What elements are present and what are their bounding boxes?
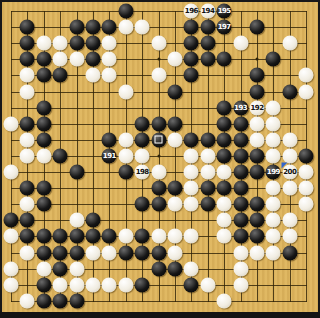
- black-stone: [151, 197, 166, 212]
- white-stone: [53, 52, 68, 67]
- white-stone: [299, 181, 314, 196]
- white-stone: [118, 20, 133, 35]
- black-stone: [135, 229, 150, 244]
- white-stone: [266, 213, 281, 228]
- black-stone: [250, 84, 265, 99]
- black-stone: [282, 245, 297, 260]
- white-stone: [118, 132, 133, 147]
- white-stone: [282, 132, 297, 147]
- white-stone: [20, 293, 35, 308]
- black-stone: [299, 148, 314, 163]
- black-stone: [151, 116, 166, 131]
- black-stone: [200, 181, 215, 196]
- black-stone: [53, 261, 68, 276]
- white-stone: [266, 100, 281, 115]
- black-stone: [69, 229, 84, 244]
- white-stone: [102, 68, 117, 83]
- black-stone: [200, 52, 215, 67]
- white-stone: [299, 165, 314, 180]
- white-stone: [102, 36, 117, 51]
- white-stone: [233, 277, 248, 292]
- black-stone: [151, 261, 166, 276]
- white-stone: [266, 116, 281, 131]
- black-stone: [36, 245, 51, 260]
- black-stone: [69, 245, 84, 260]
- white-stone: [217, 293, 232, 308]
- white-stone: 200: [282, 165, 297, 180]
- black-stone: [102, 229, 117, 244]
- black-stone: [233, 116, 248, 131]
- white-stone: [250, 116, 265, 131]
- black-stone: [200, 36, 215, 51]
- white-stone: [282, 148, 297, 163]
- black-stone: [20, 181, 35, 196]
- black-stone: [200, 132, 215, 147]
- black-stone: [36, 100, 51, 115]
- white-stone: [36, 148, 51, 163]
- black-stone: [86, 20, 101, 35]
- white-stone: [168, 132, 183, 147]
- black-stone: [36, 229, 51, 244]
- white-stone: [282, 213, 297, 228]
- white-stone: [217, 229, 232, 244]
- black-stone: [20, 52, 35, 67]
- black-stone: 191: [102, 148, 117, 163]
- black-stone: [102, 20, 117, 35]
- black-stone: [36, 181, 51, 196]
- white-stone: [151, 36, 166, 51]
- white-stone: [282, 36, 297, 51]
- white-stone: 196: [184, 4, 199, 19]
- black-stone: [217, 148, 232, 163]
- black-stone: [233, 165, 248, 180]
- move-number-label: 195: [218, 8, 231, 15]
- black-stone: [135, 132, 150, 147]
- star-point: [256, 58, 259, 61]
- white-stone: [282, 229, 297, 244]
- white-stone: [266, 148, 281, 163]
- white-stone: [299, 84, 314, 99]
- black-stone: [184, 20, 199, 35]
- black-stone: [250, 165, 265, 180]
- black-stone: [36, 52, 51, 67]
- black-stone: [86, 52, 101, 67]
- star-point: [157, 58, 160, 61]
- white-stone: [20, 84, 35, 99]
- white-stone: [168, 245, 183, 260]
- black-stone: 197: [217, 20, 232, 35]
- last-move-triangle-marker: [281, 163, 287, 169]
- move-number-label: 199: [267, 169, 280, 176]
- white-stone: [233, 245, 248, 260]
- white-stone: [250, 245, 265, 260]
- black-stone: [135, 245, 150, 260]
- black-stone: [36, 293, 51, 308]
- black-stone: [233, 197, 248, 212]
- white-stone: [102, 245, 117, 260]
- black-stone: [168, 116, 183, 131]
- black-stone: 193: [233, 100, 248, 115]
- white-stone: 192: [250, 100, 265, 115]
- move-number-label: 198: [136, 169, 149, 176]
- white-stone: [20, 245, 35, 260]
- black-stone: [250, 68, 265, 83]
- black-stone: [184, 132, 199, 147]
- white-stone: [217, 165, 232, 180]
- white-stone: [36, 36, 51, 51]
- black-stone: [233, 181, 248, 196]
- white-stone: [102, 277, 117, 292]
- black-stone: [184, 36, 199, 51]
- black-stone: [168, 84, 183, 99]
- move-number-label: 200: [283, 169, 296, 176]
- black-stone: [53, 293, 68, 308]
- black-stone: [36, 116, 51, 131]
- black-stone: [151, 132, 166, 147]
- black-stone: [233, 148, 248, 163]
- black-stone: [36, 132, 51, 147]
- white-stone: [135, 20, 150, 35]
- white-stone: [20, 197, 35, 212]
- white-stone: [184, 165, 199, 180]
- black-stone: [20, 229, 35, 244]
- move-number-label: 191: [103, 152, 116, 159]
- black-stone: [20, 20, 35, 35]
- black-stone: [200, 197, 215, 212]
- black-stone: [217, 181, 232, 196]
- black-stone: [217, 100, 232, 115]
- white-stone: [217, 213, 232, 228]
- black-stone: [36, 197, 51, 212]
- move-number-label: 192: [250, 104, 263, 111]
- black-stone: [233, 132, 248, 147]
- white-stone: [233, 36, 248, 51]
- white-stone: [299, 197, 314, 212]
- white-stone: [20, 148, 35, 163]
- white-stone: [53, 36, 68, 51]
- white-stone: [69, 52, 84, 67]
- black-stone: [53, 245, 68, 260]
- black-stone: [200, 20, 215, 35]
- white-stone: [233, 261, 248, 276]
- white-stone: [299, 68, 314, 83]
- white-stone: [200, 165, 215, 180]
- white-stone: [200, 148, 215, 163]
- white-stone: [53, 277, 68, 292]
- white-stone: [151, 165, 166, 180]
- white-stone: [36, 261, 51, 276]
- black-stone: [36, 277, 51, 292]
- white-stone: [266, 181, 281, 196]
- white-stone: [168, 197, 183, 212]
- black-stone: [151, 245, 166, 260]
- white-stone: [151, 229, 166, 244]
- go-board[interactable]: 196194195197193192191198199200: [2, 2, 318, 312]
- star-point: [157, 154, 160, 157]
- black-stone: [86, 213, 101, 228]
- black-stone: [69, 36, 84, 51]
- white-stone: [266, 229, 281, 244]
- white-stone: [184, 261, 199, 276]
- black-stone: [233, 213, 248, 228]
- white-stone: [118, 277, 133, 292]
- black-stone: [250, 148, 265, 163]
- white-stone: [217, 197, 232, 212]
- white-stone: [266, 197, 281, 212]
- black-stone: [69, 293, 84, 308]
- black-stone: [20, 116, 35, 131]
- app-window: 196194195197193192191198199200: [0, 0, 320, 318]
- black-stone: [69, 20, 84, 35]
- white-stone: [266, 132, 281, 147]
- black-stone: [4, 213, 19, 228]
- black-stone: [266, 52, 281, 67]
- bottom-frame-bar: [0, 312, 320, 318]
- white-stone: [86, 68, 101, 83]
- black-stone: [86, 229, 101, 244]
- black-stone: [282, 84, 297, 99]
- black-stone: [36, 68, 51, 83]
- black-stone: [135, 116, 150, 131]
- white-stone: [4, 229, 19, 244]
- white-stone: [118, 148, 133, 163]
- white-stone: 194: [200, 4, 215, 19]
- black-stone: [168, 181, 183, 196]
- white-stone: [184, 229, 199, 244]
- white-stone: [168, 52, 183, 67]
- move-number-label: 193: [234, 104, 247, 111]
- white-stone: [168, 229, 183, 244]
- black-stone: [20, 213, 35, 228]
- white-stone: [118, 84, 133, 99]
- black-stone: [102, 132, 117, 147]
- move-number-label: 197: [218, 24, 231, 31]
- white-stone: [86, 245, 101, 260]
- black-stone: [184, 68, 199, 83]
- black-stone: [20, 36, 35, 51]
- white-stone: [184, 181, 199, 196]
- white-stone: [102, 52, 117, 67]
- white-stone: [4, 277, 19, 292]
- black-stone: [217, 116, 232, 131]
- black-stone: [53, 68, 68, 83]
- white-stone: [151, 68, 166, 83]
- black-stone: [118, 245, 133, 260]
- white-stone: [4, 116, 19, 131]
- white-stone: [118, 229, 133, 244]
- square-marker: [155, 136, 163, 144]
- move-number-label: 196: [185, 8, 198, 15]
- white-stone: [4, 165, 19, 180]
- white-stone: [20, 68, 35, 83]
- white-stone: [4, 261, 19, 276]
- white-stone: [20, 132, 35, 147]
- black-stone: [151, 181, 166, 196]
- black-stone: [53, 148, 68, 163]
- black-stone: [135, 197, 150, 212]
- white-stone: [200, 277, 215, 292]
- white-stone: [69, 261, 84, 276]
- white-stone: [69, 277, 84, 292]
- black-stone: [217, 52, 232, 67]
- white-stone: 198: [135, 165, 150, 180]
- black-stone: [118, 4, 133, 19]
- black-stone: 195: [217, 4, 232, 19]
- black-stone: [69, 165, 84, 180]
- white-stone: [69, 213, 84, 228]
- white-stone: [86, 277, 101, 292]
- black-stone: [184, 52, 199, 67]
- black-stone: [250, 229, 265, 244]
- black-stone: [250, 213, 265, 228]
- black-stone: [217, 132, 232, 147]
- black-stone: [53, 229, 68, 244]
- black-stone: [233, 229, 248, 244]
- black-stone: [168, 261, 183, 276]
- white-stone: [282, 181, 297, 196]
- white-stone: [250, 132, 265, 147]
- black-stone: [86, 36, 101, 51]
- white-stone: [184, 148, 199, 163]
- black-stone: [135, 277, 150, 292]
- black-stone: [118, 165, 133, 180]
- move-number-label: 194: [201, 8, 214, 15]
- black-stone: [250, 20, 265, 35]
- black-stone: [250, 197, 265, 212]
- white-stone: [184, 197, 199, 212]
- black-stone: [184, 277, 199, 292]
- black-stone: 199: [266, 165, 281, 180]
- white-stone: [135, 148, 150, 163]
- white-stone: [266, 245, 281, 260]
